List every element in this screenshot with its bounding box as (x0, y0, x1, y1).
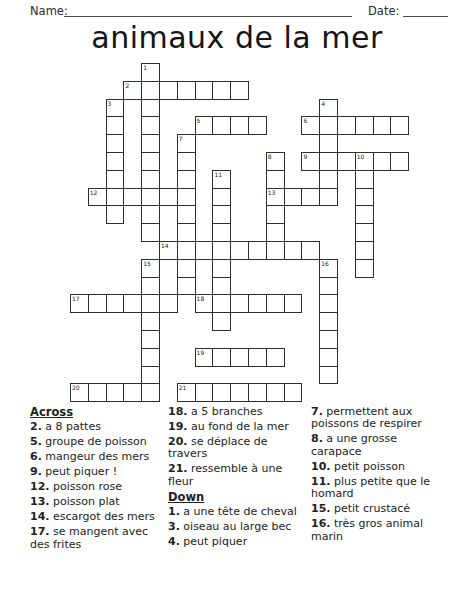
clue-number-3: 3 (108, 100, 112, 107)
cell-r7c3[interactable] (123, 188, 142, 207)
clue-across-2: 2. a 8 pattes (30, 421, 170, 433)
clues-down-header: Down (168, 491, 299, 503)
cell-r9c11[interactable] (266, 223, 285, 242)
cell-r8c8[interactable] (212, 205, 231, 224)
clue-down-16: 16. très gros animal marin (311, 518, 437, 543)
cell-r6c4[interactable] (141, 170, 160, 189)
clue-number-20: 20 (72, 384, 80, 391)
cell-r7c4[interactable] (141, 188, 160, 207)
cell-r3c4[interactable] (141, 116, 160, 135)
cell-r13c3[interactable] (123, 294, 142, 313)
clue-column-2: 18. a 5 branches19. au fond de la mer20.… (168, 406, 299, 551)
cell-r18c10[interactable] (248, 383, 267, 402)
cell-r10c12[interactable] (284, 241, 303, 260)
cell-r13c11[interactable] (266, 294, 285, 313)
clue-number-21: 21 (179, 384, 187, 391)
cell-r6c6[interactable] (177, 170, 196, 189)
cell-r8c4[interactable] (141, 205, 160, 224)
cell-r8c6[interactable] (177, 205, 196, 224)
cell-r18c3[interactable] (123, 383, 142, 402)
cell-r13c5[interactable] (159, 294, 178, 313)
clue-number-16: 16 (321, 260, 329, 267)
crossword-grid: 123456789101112131415161718192021 (70, 63, 410, 403)
cell-r18c8[interactable] (212, 383, 231, 402)
cell-r5c18[interactable] (390, 152, 409, 171)
clue-across-9: 9. peut piquer ! (30, 466, 170, 478)
clue-down-7: 7. permettent aux poissons de respirer (311, 406, 437, 431)
cell-r11c14[interactable]: 16 (319, 259, 338, 278)
cell-r7c13[interactable] (301, 188, 320, 207)
cell-r1c7[interactable] (195, 81, 214, 100)
clue-number-12: 12 (90, 189, 98, 196)
clue-number-15: 15 (143, 260, 151, 267)
cell-r8c11[interactable] (266, 205, 285, 224)
clue-number-7: 7 (179, 135, 183, 142)
clue-number-13: 13 (268, 189, 276, 196)
cell-r13c2[interactable] (106, 294, 125, 313)
clue-number-19: 19 (197, 349, 205, 356)
clue-across-17: 17. se mangent avec des frites (30, 526, 170, 551)
cell-r5c6[interactable] (177, 152, 196, 171)
date-input-line[interactable] (403, 3, 448, 17)
cell-r12c4[interactable] (141, 277, 160, 296)
clue-column-1: Across2. a 8 pattes5. groupe de poisson6… (30, 406, 170, 554)
cell-r7c11[interactable]: 13 (266, 188, 285, 207)
clue-across-19: 19. au fond de la mer (168, 421, 299, 433)
clues-across-header: Across (30, 406, 170, 418)
date-label: Date: (368, 4, 399, 18)
cell-r5c13[interactable]: 9 (301, 152, 320, 171)
cell-r12c14[interactable] (319, 277, 338, 296)
cell-r11c8[interactable] (212, 259, 231, 278)
clue-number-4: 4 (321, 100, 325, 107)
cell-r7c2[interactable] (106, 188, 125, 207)
cell-r13c9[interactable] (230, 294, 249, 313)
clue-down-1: 1. a une tête de cheval (168, 506, 299, 518)
cell-r16c4[interactable] (141, 348, 160, 367)
cell-r16c10[interactable] (248, 348, 267, 367)
cell-r18c4[interactable] (141, 383, 160, 402)
worksheet-page: Name: Date: animaux de la mer 1234567891… (0, 0, 474, 613)
clue-across-12: 12. poisson rose (30, 481, 170, 493)
cell-r3c14[interactable] (319, 116, 338, 135)
cell-r6c2[interactable] (106, 170, 125, 189)
cell-r5c11[interactable]: 8 (266, 152, 285, 171)
cell-r8c16[interactable] (355, 205, 374, 224)
cell-r14c14[interactable] (319, 312, 338, 331)
clue-across-13: 13. poisson plat (30, 496, 170, 508)
clue-down-8: 8. a une grosse carapace (311, 433, 437, 458)
clue-across-21: 21. ressemble à une fleur (168, 463, 299, 488)
cell-r2c2[interactable]: 3 (106, 99, 125, 118)
cell-r16c7[interactable]: 19 (195, 348, 214, 367)
cell-r7c1[interactable]: 12 (88, 188, 107, 207)
clue-across-6: 6. mangeur des mers (30, 451, 170, 463)
clue-number-17: 17 (72, 295, 80, 302)
clue-down-11: 11. plus petite que le homard (311, 476, 437, 501)
cell-r16c8[interactable] (212, 348, 231, 367)
name-label: Name: (30, 4, 68, 18)
cell-r12c8[interactable] (212, 277, 231, 296)
cell-r16c14[interactable] (319, 348, 338, 367)
cell-r3c13[interactable]: 6 (301, 116, 320, 135)
cell-r2c4[interactable] (141, 99, 160, 118)
cell-r5c16[interactable]: 10 (355, 152, 374, 171)
cell-r10c5[interactable]: 14 (159, 241, 178, 260)
cell-r7c5[interactable] (159, 188, 178, 207)
clue-column-3: 7. permettent aux poissons de respirer8.… (311, 406, 437, 546)
clue-number-8: 8 (268, 153, 272, 160)
cell-r4c2[interactable] (106, 134, 125, 153)
cell-r13c14[interactable] (319, 294, 338, 313)
cell-r1c4[interactable] (141, 81, 160, 100)
cell-r7c12[interactable] (284, 188, 303, 207)
cell-r13c0[interactable]: 17 (70, 294, 89, 313)
cell-r1c3[interactable]: 2 (123, 81, 142, 100)
clue-number-18: 18 (197, 295, 205, 302)
cell-r3c7[interactable]: 5 (195, 116, 214, 135)
cell-r3c10[interactable] (248, 116, 267, 135)
cell-r6c8[interactable]: 11 (212, 170, 231, 189)
clue-down-15: 15. petit crustacé (311, 503, 437, 515)
cell-r13c4[interactable] (141, 294, 160, 313)
clue-number-11: 11 (214, 171, 222, 178)
cell-r4c4[interactable] (141, 134, 160, 153)
cell-r18c0[interactable]: 20 (70, 383, 89, 402)
puzzle-title: animaux de la mer (0, 20, 474, 55)
clue-across-14: 14. escargot des mers (30, 511, 170, 523)
cell-r11c16[interactable] (355, 259, 374, 278)
cell-r1c9[interactable] (230, 81, 249, 100)
cell-r3c17[interactable] (373, 116, 392, 135)
cell-r3c18[interactable] (390, 116, 409, 135)
cell-r9c16[interactable] (355, 223, 374, 242)
name-input-line[interactable] (64, 3, 352, 17)
cell-r9c6[interactable] (177, 223, 196, 242)
clue-down-3: 3. oiseau au large bec (168, 521, 299, 533)
cell-r1c6[interactable] (177, 81, 196, 100)
cell-r2c14[interactable]: 4 (319, 99, 338, 118)
cell-r7c16[interactable] (355, 188, 374, 207)
cell-r10c11[interactable] (266, 241, 285, 260)
cell-r6c16[interactable] (355, 170, 374, 189)
cell-r14c4[interactable] (141, 312, 160, 331)
cell-r3c8[interactable] (212, 116, 231, 135)
cell-r10c16[interactable] (355, 241, 374, 260)
cell-r15c4[interactable] (141, 330, 160, 349)
cell-r13c12[interactable] (284, 294, 303, 313)
cell-r5c4[interactable] (141, 152, 160, 171)
cell-r18c1[interactable] (88, 383, 107, 402)
cell-r5c17[interactable] (373, 152, 392, 171)
cell-r12c6[interactable] (177, 277, 196, 296)
cell-r5c2[interactable] (106, 152, 125, 171)
cell-r7c6[interactable] (177, 188, 196, 207)
clue-number-5: 5 (197, 117, 201, 124)
clue-across-20: 20. se déplace de travers (168, 436, 299, 461)
cell-r16c11[interactable] (266, 348, 285, 367)
cell-r9c4[interactable] (141, 223, 160, 242)
cell-r10c9[interactable] (230, 241, 249, 260)
cell-r14c8[interactable] (212, 312, 231, 331)
cell-r18c7[interactable] (195, 383, 214, 402)
clue-across-18: 18. a 5 branches (168, 406, 299, 418)
clue-number-6: 6 (303, 117, 307, 124)
cell-r13c1[interactable] (88, 294, 107, 313)
cell-r10c13[interactable] (301, 241, 320, 260)
cell-r3c2[interactable] (106, 116, 125, 135)
cell-r11c4[interactable]: 15 (141, 259, 160, 278)
clue-number-9: 9 (303, 153, 307, 160)
cell-r6c11[interactable] (266, 170, 285, 189)
cell-r9c8[interactable] (212, 223, 231, 242)
cell-r4c6[interactable]: 7 (177, 134, 196, 153)
clue-down-10: 10. petit poisson (311, 461, 437, 473)
cell-r6c14[interactable] (319, 170, 338, 189)
cell-r18c11[interactable] (266, 383, 285, 402)
cell-r15c14[interactable] (319, 330, 338, 349)
cell-r16c9[interactable] (230, 348, 249, 367)
cell-r18c6[interactable]: 21 (177, 383, 196, 402)
cell-r10c8[interactable] (212, 241, 231, 260)
clue-number-14: 14 (161, 242, 169, 249)
cell-r1c8[interactable] (212, 81, 231, 100)
cell-r7c8[interactable] (212, 188, 231, 207)
cell-r18c9[interactable] (230, 383, 249, 402)
cell-r3c16[interactable] (355, 116, 374, 135)
cell-r13c10[interactable] (248, 294, 267, 313)
cell-r3c9[interactable] (230, 116, 249, 135)
clue-number-10: 10 (357, 153, 365, 160)
cell-r7c14[interactable] (319, 188, 338, 207)
cell-r5c14[interactable] (319, 152, 338, 171)
cell-r10c6[interactable] (177, 241, 196, 260)
clue-down-4: 4. peut piquer (168, 536, 299, 548)
cell-r17c14[interactable] (319, 366, 338, 385)
cell-r17c4[interactable] (141, 366, 160, 385)
cell-r10c7[interactable] (195, 241, 214, 260)
cell-r18c12[interactable] (284, 383, 303, 402)
cell-r3c15[interactable] (337, 116, 356, 135)
cell-r13c8[interactable] (212, 294, 231, 313)
cell-r10c10[interactable] (248, 241, 267, 260)
clue-number-2: 2 (125, 82, 129, 89)
cell-r13c7[interactable]: 18 (195, 294, 214, 313)
cell-r0c4[interactable]: 1 (141, 63, 160, 82)
clue-across-5: 5. groupe de poisson (30, 436, 170, 448)
cell-r4c14[interactable] (319, 134, 338, 153)
cell-r8c2[interactable] (106, 205, 125, 224)
clue-number-1: 1 (143, 64, 147, 71)
cell-r18c2[interactable] (106, 383, 125, 402)
cell-r11c6[interactable] (177, 259, 196, 278)
cell-r1c5[interactable] (159, 81, 178, 100)
cell-r5c15[interactable] (337, 152, 356, 171)
